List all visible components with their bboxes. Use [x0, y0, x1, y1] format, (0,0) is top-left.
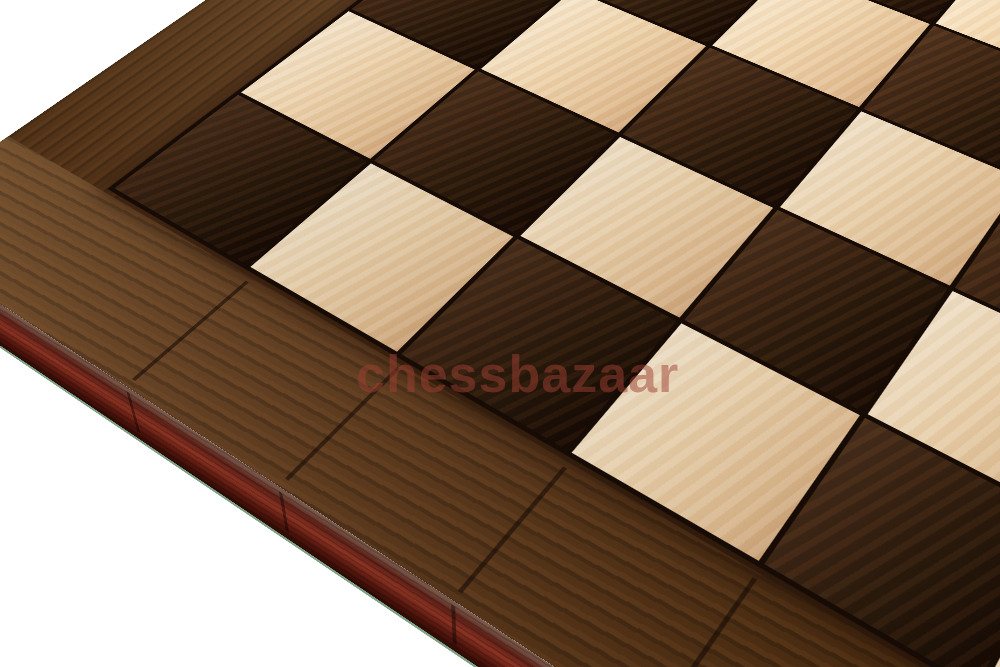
frame-groove	[655, 577, 757, 667]
photo-scene	[0, 0, 1000, 667]
frame-groove	[285, 368, 399, 481]
frame-groove	[279, 491, 289, 533]
frame-groove	[126, 391, 140, 434]
frame-groove	[451, 604, 456, 645]
product-photo: chessbazaar	[0, 0, 1000, 667]
chess-board	[0, 0, 1000, 667]
frame-groove	[458, 466, 567, 593]
frame-groove	[132, 281, 249, 381]
